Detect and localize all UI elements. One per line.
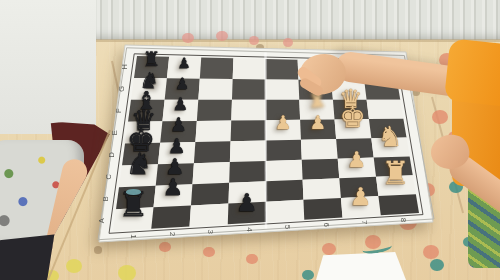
paint-dot-pink	[249, 36, 259, 45]
table-back-edge	[88, 39, 500, 42]
paint-dot-salmon	[345, 207, 361, 221]
paint-dot-yellow	[66, 259, 82, 273]
radiator	[86, 0, 500, 42]
paint-dot-salmon	[341, 164, 357, 178]
paint-dot-salmon	[423, 245, 439, 259]
paint-dot-pink	[283, 38, 293, 47]
paint-dot-smudge	[94, 246, 102, 253]
paint-dot-teal	[302, 270, 314, 280]
paint-dot-salmon	[419, 183, 435, 197]
paint-dot-salmon	[396, 97, 412, 111]
paint-dot-yellow	[118, 265, 136, 280]
paint-dot-salmon	[378, 177, 394, 191]
paint-dot-salmon	[363, 120, 379, 134]
wall	[0, 0, 96, 134]
paint-dot-smudge	[236, 59, 244, 66]
paint-dot-smudge	[105, 228, 111, 233]
photo-chess-scene: ABCDEFGH12345678 ♜♞♝♛♚♞♜♟♟♟♟♟♟♟♟♟♟♟♝♟♝♛♚…	[0, 0, 500, 280]
paint-dot-salmon	[432, 110, 448, 124]
paint-dot-salmon	[402, 141, 418, 155]
paint-dot-smudge	[256, 44, 264, 51]
paper-sheet	[316, 252, 406, 280]
paint-dot-salmon	[399, 214, 417, 230]
right-child-sleeve	[444, 38, 500, 107]
